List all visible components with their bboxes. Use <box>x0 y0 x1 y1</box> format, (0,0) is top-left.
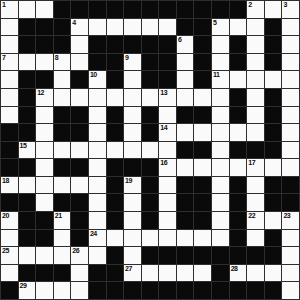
white-cell[interactable]: 4 <box>71 19 88 36</box>
black-cell <box>142 247 159 264</box>
white-cell[interactable] <box>194 89 211 106</box>
white-cell[interactable]: 3 <box>282 1 299 18</box>
black-cell <box>1 282 18 299</box>
black-cell <box>19 89 36 106</box>
black-cell <box>107 71 124 88</box>
black-cell <box>212 265 229 282</box>
white-cell[interactable] <box>159 230 176 247</box>
black-cell <box>107 1 124 18</box>
black-cell <box>1 194 18 211</box>
black-cell <box>265 19 282 36</box>
white-cell[interactable] <box>247 194 264 211</box>
black-cell <box>159 282 176 299</box>
black-cell <box>194 212 211 229</box>
white-cell[interactable] <box>36 54 53 71</box>
clue-number: 29 <box>20 282 27 290</box>
black-cell <box>71 71 88 88</box>
black-cell <box>142 159 159 176</box>
white-cell[interactable] <box>54 247 71 264</box>
white-cell[interactable]: 24 <box>89 230 106 247</box>
white-cell[interactable] <box>282 54 299 71</box>
black-cell <box>230 89 247 106</box>
black-cell <box>230 1 247 18</box>
black-cell <box>230 36 247 53</box>
white-cell[interactable] <box>89 247 106 264</box>
white-cell[interactable] <box>1 36 18 53</box>
black-cell <box>54 107 71 124</box>
white-cell[interactable] <box>36 124 53 141</box>
white-cell[interactable] <box>177 71 194 88</box>
black-cell <box>142 107 159 124</box>
black-cell <box>194 247 211 264</box>
white-cell[interactable]: 18 <box>1 177 18 194</box>
white-cell[interactable] <box>247 54 264 71</box>
black-cell <box>265 194 282 211</box>
black-cell <box>282 177 299 194</box>
white-cell[interactable] <box>265 159 282 176</box>
white-cell[interactable] <box>265 1 282 18</box>
white-cell[interactable] <box>71 177 88 194</box>
white-cell[interactable] <box>282 265 299 282</box>
white-cell[interactable] <box>36 142 53 159</box>
white-cell[interactable] <box>89 19 106 36</box>
black-cell <box>89 1 106 18</box>
white-cell[interactable]: 19 <box>124 177 141 194</box>
white-cell[interactable] <box>230 124 247 141</box>
black-cell <box>265 107 282 124</box>
black-cell <box>89 36 106 53</box>
white-cell[interactable] <box>71 54 88 71</box>
white-cell[interactable] <box>159 194 176 211</box>
black-cell <box>177 177 194 194</box>
white-cell[interactable] <box>71 142 88 159</box>
black-cell <box>71 212 88 229</box>
white-cell[interactable] <box>124 212 141 229</box>
black-cell <box>124 282 141 299</box>
white-cell[interactable]: 6 <box>177 36 194 53</box>
black-cell <box>247 282 264 299</box>
white-cell[interactable] <box>1 89 18 106</box>
clue-number: 18 <box>2 177 9 185</box>
white-cell[interactable] <box>177 89 194 106</box>
white-cell[interactable] <box>142 230 159 247</box>
white-cell[interactable] <box>36 107 53 124</box>
clue-number: 16 <box>160 159 167 167</box>
white-cell[interactable] <box>142 142 159 159</box>
white-cell[interactable] <box>247 265 264 282</box>
white-cell[interactable] <box>1 19 18 36</box>
clue-number: 13 <box>160 89 167 97</box>
clue-number: 19 <box>125 177 132 185</box>
black-cell <box>36 36 53 53</box>
white-cell[interactable] <box>89 194 106 211</box>
clue-number: 8 <box>55 54 58 62</box>
white-cell[interactable] <box>71 89 88 106</box>
white-cell[interactable] <box>89 89 106 106</box>
white-cell[interactable] <box>89 212 106 229</box>
black-cell <box>71 230 88 247</box>
black-cell <box>1 159 18 176</box>
white-cell[interactable] <box>54 177 71 194</box>
black-cell <box>177 107 194 124</box>
white-cell[interactable] <box>89 124 106 141</box>
white-cell[interactable] <box>282 89 299 106</box>
black-cell <box>107 54 124 71</box>
white-cell[interactable] <box>124 142 141 159</box>
white-cell[interactable] <box>194 265 211 282</box>
black-cell <box>19 194 36 211</box>
black-cell <box>89 265 106 282</box>
white-cell[interactable] <box>212 124 229 141</box>
white-cell[interactable] <box>107 230 124 247</box>
black-cell <box>107 36 124 53</box>
black-cell <box>212 282 229 299</box>
black-cell <box>71 124 88 141</box>
white-cell[interactable] <box>36 247 53 264</box>
black-cell <box>71 194 88 211</box>
white-cell[interactable] <box>36 194 53 211</box>
black-cell <box>19 71 36 88</box>
white-cell[interactable]: 21 <box>54 212 71 229</box>
white-cell[interactable]: 23 <box>282 212 299 229</box>
crossword-grid: 1234567891011121314151617181920212223242… <box>0 0 300 300</box>
black-cell <box>124 1 141 18</box>
white-cell[interactable] <box>282 142 299 159</box>
white-cell[interactable] <box>265 265 282 282</box>
black-cell <box>54 36 71 53</box>
white-cell[interactable]: 1 <box>1 1 18 18</box>
white-cell[interactable] <box>36 177 53 194</box>
white-cell[interactable] <box>247 19 264 36</box>
white-cell[interactable] <box>142 89 159 106</box>
white-cell[interactable] <box>107 19 124 36</box>
white-cell[interactable] <box>177 124 194 141</box>
black-cell <box>124 36 141 53</box>
white-cell[interactable] <box>194 230 211 247</box>
black-cell <box>212 1 229 18</box>
white-cell[interactable] <box>1 230 18 247</box>
clue-number: 17 <box>248 159 255 167</box>
black-cell <box>265 247 282 264</box>
white-cell[interactable] <box>247 107 264 124</box>
white-cell[interactable] <box>107 142 124 159</box>
black-cell <box>230 212 247 229</box>
black-cell <box>1 142 18 159</box>
black-cell <box>159 247 176 264</box>
black-cell <box>194 71 211 88</box>
black-cell <box>107 194 124 211</box>
black-cell <box>36 212 53 229</box>
white-cell[interactable] <box>54 71 71 88</box>
black-cell <box>19 124 36 141</box>
white-cell[interactable]: 27 <box>124 265 141 282</box>
black-cell <box>36 71 53 88</box>
white-cell[interactable]: 14 <box>159 124 176 141</box>
white-cell[interactable] <box>194 159 211 176</box>
clue-number: 1 <box>2 1 5 9</box>
white-cell[interactable] <box>36 282 53 299</box>
white-cell[interactable]: 26 <box>71 247 88 264</box>
black-cell <box>282 194 299 211</box>
white-cell[interactable] <box>247 71 264 88</box>
black-cell <box>265 177 282 194</box>
white-cell[interactable] <box>71 265 88 282</box>
white-cell[interactable] <box>282 19 299 36</box>
black-cell <box>194 36 211 53</box>
clue-number: 4 <box>72 19 75 27</box>
white-cell[interactable] <box>212 54 229 71</box>
white-cell[interactable]: 5 <box>212 19 229 36</box>
white-cell[interactable] <box>159 142 176 159</box>
white-cell[interactable] <box>124 230 141 247</box>
black-cell <box>212 247 229 264</box>
clue-number: 9 <box>125 54 128 62</box>
clue-number: 14 <box>160 124 167 132</box>
white-cell[interactable] <box>89 107 106 124</box>
white-cell[interactable]: 2 <box>247 1 264 18</box>
white-cell[interactable]: 16 <box>159 159 176 176</box>
white-cell[interactable] <box>54 142 71 159</box>
black-cell <box>159 54 176 71</box>
white-cell[interactable] <box>212 159 229 176</box>
white-cell[interactable] <box>212 89 229 106</box>
white-cell[interactable] <box>1 71 18 88</box>
white-cell[interactable] <box>230 71 247 88</box>
black-cell <box>159 36 176 53</box>
black-cell <box>177 212 194 229</box>
white-cell[interactable] <box>89 177 106 194</box>
white-cell[interactable] <box>159 177 176 194</box>
white-cell[interactable] <box>247 36 264 53</box>
black-cell <box>230 107 247 124</box>
black-cell <box>124 159 141 176</box>
white-cell[interactable]: 17 <box>247 159 264 176</box>
black-cell <box>230 142 247 159</box>
white-cell[interactable] <box>159 19 176 36</box>
black-cell <box>265 36 282 53</box>
white-cell[interactable] <box>212 107 229 124</box>
white-cell[interactable]: 25 <box>1 247 18 264</box>
white-cell[interactable] <box>247 124 264 141</box>
white-cell[interactable] <box>159 212 176 229</box>
black-cell <box>142 1 159 18</box>
white-cell[interactable] <box>54 89 71 106</box>
white-cell[interactable] <box>142 19 159 36</box>
white-cell[interactable] <box>36 1 53 18</box>
black-cell <box>142 124 159 141</box>
black-cell <box>177 19 194 36</box>
white-cell[interactable] <box>282 107 299 124</box>
white-cell[interactable] <box>265 212 282 229</box>
black-cell <box>71 1 88 18</box>
white-cell[interactable] <box>107 89 124 106</box>
black-cell <box>19 36 36 53</box>
white-cell[interactable] <box>282 159 299 176</box>
black-cell <box>71 159 88 176</box>
white-cell[interactable] <box>212 230 229 247</box>
white-cell[interactable] <box>230 159 247 176</box>
white-cell[interactable] <box>1 107 18 124</box>
clue-number: 10 <box>90 71 97 79</box>
white-cell[interactable]: 29 <box>19 282 36 299</box>
clue-number: 24 <box>90 230 97 238</box>
white-cell[interactable] <box>282 282 299 299</box>
black-cell <box>19 265 36 282</box>
white-cell[interactable] <box>54 230 71 247</box>
clue-number: 26 <box>72 247 79 255</box>
white-cell[interactable] <box>282 124 299 141</box>
white-cell[interactable] <box>177 265 194 282</box>
black-cell <box>159 71 176 88</box>
black-cell <box>159 1 176 18</box>
white-cell[interactable] <box>71 36 88 53</box>
black-cell <box>142 282 159 299</box>
black-cell <box>107 247 124 264</box>
white-cell[interactable]: 12 <box>36 89 53 106</box>
black-cell <box>89 282 106 299</box>
white-cell[interactable] <box>19 247 36 264</box>
clue-number: 21 <box>55 212 62 220</box>
white-cell[interactable]: 11 <box>212 71 229 88</box>
black-cell <box>230 282 247 299</box>
black-cell <box>54 159 71 176</box>
clue-number: 23 <box>283 212 290 220</box>
black-cell <box>107 177 124 194</box>
white-cell[interactable] <box>142 265 159 282</box>
white-cell[interactable] <box>212 142 229 159</box>
clue-number: 5 <box>213 19 216 27</box>
black-cell <box>142 194 159 211</box>
black-cell <box>194 19 211 36</box>
black-cell <box>36 19 53 36</box>
black-cell <box>230 194 247 211</box>
white-cell[interactable] <box>265 71 282 88</box>
white-cell[interactable] <box>177 230 194 247</box>
black-cell <box>142 71 159 88</box>
black-cell <box>107 265 124 282</box>
white-cell[interactable] <box>247 89 264 106</box>
white-cell[interactable] <box>212 36 229 53</box>
white-cell[interactable] <box>19 177 36 194</box>
white-cell[interactable] <box>124 89 141 106</box>
black-cell <box>230 230 247 247</box>
white-cell[interactable] <box>282 71 299 88</box>
black-cell <box>89 54 106 71</box>
white-cell[interactable] <box>177 159 194 176</box>
white-cell[interactable]: 20 <box>1 212 18 229</box>
white-cell[interactable] <box>1 265 18 282</box>
clue-number: 27 <box>125 265 132 273</box>
black-cell <box>247 142 264 159</box>
white-cell[interactable] <box>194 124 211 141</box>
black-cell <box>54 265 71 282</box>
white-cell[interactable]: 7 <box>1 54 18 71</box>
black-cell <box>1 124 18 141</box>
black-cell <box>107 124 124 141</box>
white-cell[interactable]: 15 <box>19 142 36 159</box>
white-cell[interactable] <box>212 212 229 229</box>
white-cell[interactable] <box>159 265 176 282</box>
black-cell <box>194 142 211 159</box>
white-cell[interactable] <box>36 159 53 176</box>
white-cell[interactable] <box>89 159 106 176</box>
white-cell[interactable]: 22 <box>247 212 264 229</box>
white-cell[interactable] <box>71 282 88 299</box>
black-cell <box>19 19 36 36</box>
black-cell <box>194 107 211 124</box>
white-cell[interactable] <box>247 177 264 194</box>
white-cell[interactable] <box>212 177 229 194</box>
white-cell[interactable] <box>124 19 141 36</box>
white-cell[interactable] <box>89 142 106 159</box>
black-cell <box>177 247 194 264</box>
clue-number: 15 <box>20 142 27 150</box>
black-cell <box>177 194 194 211</box>
black-cell <box>194 177 211 194</box>
clue-number: 6 <box>178 36 181 44</box>
black-cell <box>19 159 36 176</box>
black-cell <box>107 159 124 176</box>
black-cell <box>19 230 36 247</box>
white-cell[interactable] <box>212 194 229 211</box>
white-cell[interactable] <box>124 71 141 88</box>
white-cell[interactable] <box>124 247 141 264</box>
white-cell[interactable]: 9 <box>124 54 141 71</box>
black-cell <box>265 124 282 141</box>
black-cell <box>265 89 282 106</box>
black-cell <box>142 212 159 229</box>
white-cell[interactable]: 8 <box>54 54 71 71</box>
black-cell <box>36 265 53 282</box>
black-cell <box>230 54 247 71</box>
black-cell <box>36 230 53 247</box>
white-cell[interactable] <box>19 1 36 18</box>
black-cell <box>194 282 211 299</box>
white-cell[interactable]: 10 <box>89 71 106 88</box>
white-cell[interactable] <box>124 124 141 141</box>
clue-number: 25 <box>2 247 9 255</box>
white-cell[interactable]: 28 <box>230 265 247 282</box>
white-cell[interactable] <box>282 247 299 264</box>
black-cell <box>142 54 159 71</box>
white-cell[interactable]: 13 <box>159 89 176 106</box>
black-cell <box>265 282 282 299</box>
white-cell[interactable] <box>124 107 141 124</box>
white-cell[interactable] <box>247 230 264 247</box>
black-cell <box>194 194 211 211</box>
white-cell[interactable] <box>19 54 36 71</box>
white-cell[interactable] <box>159 107 176 124</box>
black-cell <box>71 107 88 124</box>
clue-number: 2 <box>248 1 251 9</box>
white-cell[interactable] <box>282 36 299 53</box>
white-cell[interactable] <box>230 19 247 36</box>
black-cell <box>107 107 124 124</box>
black-cell <box>265 142 282 159</box>
clue-number: 28 <box>231 265 238 273</box>
white-cell[interactable] <box>177 54 194 71</box>
black-cell <box>107 212 124 229</box>
black-cell <box>107 282 124 299</box>
white-cell[interactable] <box>124 194 141 211</box>
black-cell <box>19 212 36 229</box>
white-cell[interactable] <box>282 230 299 247</box>
clue-number: 22 <box>248 212 255 220</box>
clue-number: 20 <box>2 212 9 220</box>
black-cell <box>54 1 71 18</box>
black-cell <box>194 1 211 18</box>
white-cell[interactable] <box>54 282 71 299</box>
